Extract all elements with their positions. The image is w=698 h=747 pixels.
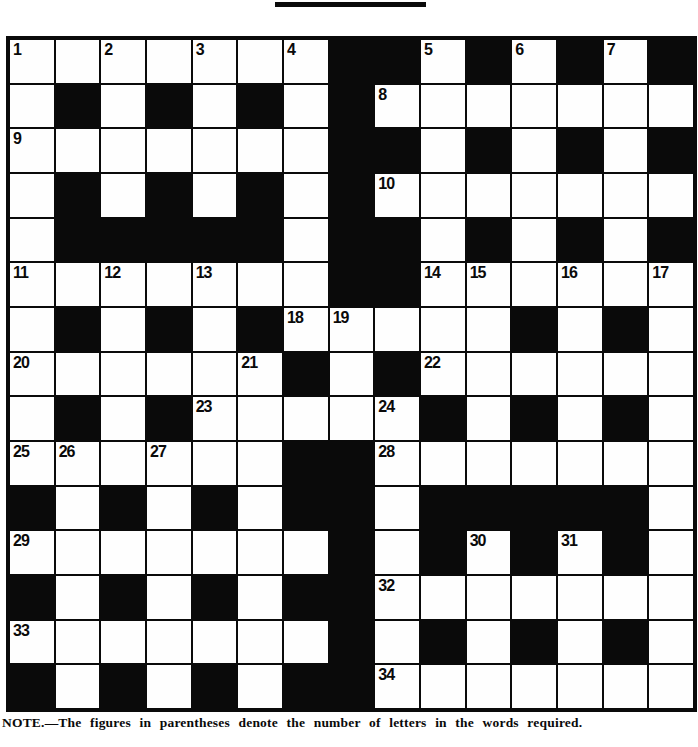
cell-r14c1[interactable]: 33 [10, 621, 54, 664]
clue-number: 31 [561, 531, 577, 551]
cell-r8c4[interactable] [147, 353, 191, 396]
cell-r3c4[interactable] [147, 129, 191, 172]
cell-r9c6[interactable] [238, 397, 282, 440]
cell-r15c13[interactable] [558, 665, 602, 708]
cell-r9c9[interactable]: 24 [375, 397, 419, 440]
cell-r3c12[interactable] [512, 129, 556, 172]
cell-r6c2[interactable] [56, 263, 100, 306]
cell-r13c1 [10, 576, 54, 619]
cell-r2c7[interactable] [284, 85, 328, 128]
cell-r12c12 [512, 531, 556, 574]
cell-r10c2[interactable]: 26 [56, 442, 100, 485]
cell-r10c6[interactable] [238, 442, 282, 485]
clue-number: 20 [13, 353, 29, 373]
cell-r8c10[interactable]: 22 [421, 353, 465, 396]
clue-number: 18 [287, 308, 303, 328]
cell-r7c11[interactable] [467, 308, 511, 351]
cell-r4c14[interactable] [604, 174, 648, 217]
cell-r15c7 [284, 665, 328, 708]
cell-r15c6[interactable] [238, 665, 282, 708]
title-rule [275, 2, 426, 7]
cell-r9c3[interactable] [101, 397, 145, 440]
cell-r5c1[interactable] [10, 219, 54, 262]
cell-r7c9[interactable] [375, 308, 419, 351]
cell-r10c13[interactable] [558, 442, 602, 485]
cell-r2c1[interactable] [10, 85, 54, 128]
cell-r6c9 [375, 263, 419, 306]
cell-r2c11[interactable] [467, 85, 511, 128]
clue-number: 6 [515, 40, 523, 60]
clue-number: 3 [196, 40, 204, 60]
cell-r13c2[interactable] [56, 576, 100, 619]
cell-r11c4[interactable] [147, 487, 191, 530]
cell-r11c2[interactable] [56, 487, 100, 530]
cell-r11c8 [330, 487, 374, 530]
cell-r14c6[interactable] [238, 621, 282, 664]
clue-number: 14 [424, 263, 440, 283]
cell-r14c9[interactable] [375, 621, 419, 664]
clue-number: 24 [378, 397, 394, 417]
cell-r7c8[interactable]: 19 [330, 308, 374, 351]
cell-r2c12[interactable] [512, 85, 556, 128]
clue-number: 5 [424, 40, 432, 60]
clue-number: 23 [196, 397, 212, 417]
cell-r15c8 [330, 665, 374, 708]
cell-r2c2 [56, 85, 100, 128]
clue-number: 16 [561, 263, 577, 283]
cell-r12c6[interactable] [238, 531, 282, 574]
cell-r4c3[interactable] [101, 174, 145, 217]
cell-r3c11 [467, 129, 511, 172]
cell-r9c4 [147, 397, 191, 440]
cell-r12c13[interactable]: 31 [558, 531, 602, 574]
cell-r6c10[interactable]: 14 [421, 263, 465, 306]
cell-r6c13[interactable]: 16 [558, 263, 602, 306]
cell-r4c11[interactable] [467, 174, 511, 217]
cell-r6c14[interactable] [604, 263, 648, 306]
cell-r10c3[interactable] [101, 442, 145, 485]
cell-r10c4[interactable]: 27 [147, 442, 191, 485]
crossword-board: 1234567891011121314151617181920212223242… [6, 36, 697, 712]
cell-r4c1[interactable] [10, 174, 54, 217]
cell-r2c13[interactable] [558, 85, 602, 128]
cell-r10c7 [284, 442, 328, 485]
cell-r1c3[interactable]: 2 [101, 40, 145, 83]
cell-r7c6 [238, 308, 282, 351]
cell-r1c2[interactable] [56, 40, 100, 83]
cell-r3c3[interactable] [101, 129, 145, 172]
cell-r5c10[interactable] [421, 219, 465, 262]
cell-r15c9[interactable]: 34 [375, 665, 419, 708]
cell-r13c14[interactable] [604, 576, 648, 619]
clue-number: 8 [378, 85, 386, 105]
cell-r4c9[interactable]: 10 [375, 174, 419, 217]
cell-r13c7 [284, 576, 328, 619]
cell-r6c12[interactable] [512, 263, 556, 306]
cell-r12c10 [421, 531, 465, 574]
cell-r8c8[interactable] [330, 353, 374, 396]
cell-r11c1 [10, 487, 54, 530]
cell-r7c3[interactable] [101, 308, 145, 351]
clue-number: 7 [607, 40, 615, 60]
cell-r12c14 [604, 531, 648, 574]
clue-number: 34 [378, 665, 394, 685]
cell-r5c13 [558, 219, 602, 262]
cell-r8c15[interactable] [649, 353, 693, 396]
cell-r1c11 [467, 40, 511, 83]
cell-r10c1[interactable]: 25 [10, 442, 54, 485]
cell-r11c5 [193, 487, 237, 530]
cell-r12c1[interactable]: 29 [10, 531, 54, 574]
cell-r10c12[interactable] [512, 442, 556, 485]
cell-r3c9 [375, 129, 419, 172]
cell-r14c5[interactable] [193, 621, 237, 664]
cell-r12c3[interactable] [101, 531, 145, 574]
cell-r12c2[interactable] [56, 531, 100, 574]
cell-r3c5[interactable] [193, 129, 237, 172]
cell-r11c15[interactable] [649, 487, 693, 530]
clue-number: 4 [287, 40, 295, 60]
cell-r14c10 [421, 621, 465, 664]
cell-r8c9 [375, 353, 419, 396]
cell-r12c5[interactable] [193, 531, 237, 574]
clue-number: 19 [333, 308, 349, 328]
cell-r4c10[interactable] [421, 174, 465, 217]
cell-r11c12 [512, 487, 556, 530]
cell-r9c2 [56, 397, 100, 440]
clue-number: 13 [196, 263, 212, 283]
cell-r11c13 [558, 487, 602, 530]
clue-number: 22 [424, 353, 440, 373]
cell-r2c5[interactable] [193, 85, 237, 128]
cell-r6c5[interactable]: 13 [193, 263, 237, 306]
cell-r8c12[interactable] [512, 353, 556, 396]
cell-r13c12[interactable] [512, 576, 556, 619]
cell-r5c8 [330, 219, 374, 262]
cell-r13c10[interactable] [421, 576, 465, 619]
cell-r13c6[interactable] [238, 576, 282, 619]
cell-r6c4[interactable] [147, 263, 191, 306]
clue-number: 32 [378, 576, 394, 596]
cell-r1c12[interactable]: 6 [512, 40, 556, 83]
cell-r7c14 [604, 308, 648, 351]
cell-r7c13[interactable] [558, 308, 602, 351]
cell-r14c14 [604, 621, 648, 664]
cell-r5c5 [193, 219, 237, 262]
clue-number: 12 [104, 263, 120, 283]
cell-r7c15[interactable] [649, 308, 693, 351]
cell-r14c11[interactable] [467, 621, 511, 664]
cell-r9c1[interactable] [10, 397, 54, 440]
cell-r9c14 [604, 397, 648, 440]
cell-r3c1[interactable]: 9 [10, 129, 54, 172]
cell-r1c6[interactable] [238, 40, 282, 83]
cell-r13c15[interactable] [649, 576, 693, 619]
cell-r2c15[interactable] [649, 85, 693, 128]
cell-r13c9[interactable]: 32 [375, 576, 419, 619]
cell-r8c5[interactable] [193, 353, 237, 396]
cell-r7c1[interactable] [10, 308, 54, 351]
cell-r6c1[interactable]: 11 [10, 263, 54, 306]
cell-r15c12[interactable] [512, 665, 556, 708]
cell-r9c11[interactable] [467, 397, 511, 440]
clue-number: 21 [241, 353, 257, 373]
cell-r14c2[interactable] [56, 621, 100, 664]
cell-r14c8 [330, 621, 374, 664]
cell-r13c13[interactable] [558, 576, 602, 619]
cell-r2c10[interactable] [421, 85, 465, 128]
cell-r11c3 [101, 487, 145, 530]
cell-r10c9[interactable]: 28 [375, 442, 419, 485]
cell-r4c4 [147, 174, 191, 217]
cell-r8c6[interactable]: 21 [238, 353, 282, 396]
cell-r12c4[interactable] [147, 531, 191, 574]
cell-r3c10[interactable] [421, 129, 465, 172]
cell-r2c6 [238, 85, 282, 128]
cell-r6c11[interactable]: 15 [467, 263, 511, 306]
cell-r1c7[interactable]: 4 [284, 40, 328, 83]
cell-r5c15 [649, 219, 693, 262]
cell-r10c5[interactable] [193, 442, 237, 485]
cell-r3c13 [558, 129, 602, 172]
cell-r9c15[interactable] [649, 397, 693, 440]
cell-r9c13[interactable] [558, 397, 602, 440]
clue-number: 2 [104, 40, 112, 60]
cell-r14c3[interactable] [101, 621, 145, 664]
cell-r7c7[interactable]: 18 [284, 308, 328, 351]
cell-r12c15[interactable] [649, 531, 693, 574]
cell-r2c3[interactable] [101, 85, 145, 128]
cell-r11c11 [467, 487, 511, 530]
cell-r8c7 [284, 353, 328, 396]
cell-r10c15[interactable] [649, 442, 693, 485]
cell-r14c4[interactable] [147, 621, 191, 664]
cell-r4c7[interactable] [284, 174, 328, 217]
cell-r2c8 [330, 85, 374, 128]
clue-number: 29 [13, 531, 29, 551]
cell-r4c12[interactable] [512, 174, 556, 217]
cell-r11c6[interactable] [238, 487, 282, 530]
cell-r10c14[interactable] [604, 442, 648, 485]
clue-number: 27 [150, 442, 166, 462]
clue-number: 17 [652, 263, 668, 283]
cell-r9c12 [512, 397, 556, 440]
cell-r1c15 [649, 40, 693, 83]
clue-number: 26 [59, 442, 75, 462]
cell-r5c9 [375, 219, 419, 262]
cell-r15c11[interactable] [467, 665, 511, 708]
clue-number: 10 [378, 174, 394, 194]
cell-r3c8 [330, 129, 374, 172]
cell-r1c4[interactable] [147, 40, 191, 83]
cell-r11c10 [421, 487, 465, 530]
cell-r4c8 [330, 174, 374, 217]
clue-number: 9 [13, 129, 21, 149]
cell-r15c1 [10, 665, 54, 708]
cell-r4c2 [56, 174, 100, 217]
cell-r9c7[interactable] [284, 397, 328, 440]
cell-r13c5 [193, 576, 237, 619]
cell-r6c8 [330, 263, 374, 306]
clue-number: 28 [378, 442, 394, 462]
cell-r3c14[interactable] [604, 129, 648, 172]
cell-r5c6 [238, 219, 282, 262]
cell-r12c11[interactable]: 30 [467, 531, 511, 574]
cell-r10c11[interactable] [467, 442, 511, 485]
cell-r3c7[interactable] [284, 129, 328, 172]
cell-r15c10[interactable] [421, 665, 465, 708]
clue-number: 25 [13, 442, 29, 462]
cell-r2c9[interactable]: 8 [375, 85, 419, 128]
clue-number: 30 [470, 531, 486, 551]
cell-r13c3 [101, 576, 145, 619]
cell-r8c11[interactable] [467, 353, 511, 396]
cell-r15c15[interactable] [649, 665, 693, 708]
cell-r12c7[interactable] [284, 531, 328, 574]
cell-r4c15[interactable] [649, 174, 693, 217]
cell-r13c8 [330, 576, 374, 619]
cell-r7c12 [512, 308, 556, 351]
cell-r6c3[interactable]: 12 [101, 263, 145, 306]
cell-r3c15 [649, 129, 693, 172]
cell-r6c7[interactable] [284, 263, 328, 306]
cell-r1c14[interactable]: 7 [604, 40, 648, 83]
cell-r12c8 [330, 531, 374, 574]
cell-r8c2[interactable] [56, 353, 100, 396]
cell-r5c2 [56, 219, 100, 262]
cell-r14c15[interactable] [649, 621, 693, 664]
cell-r15c14[interactable] [604, 665, 648, 708]
cell-r1c10[interactable]: 5 [421, 40, 465, 83]
cell-r8c1[interactable]: 20 [10, 353, 54, 396]
cell-r13c4[interactable] [147, 576, 191, 619]
cell-r5c4 [147, 219, 191, 262]
cell-r1c9 [375, 40, 419, 83]
cell-r4c5[interactable] [193, 174, 237, 217]
cell-r11c14 [604, 487, 648, 530]
cell-r3c2[interactable] [56, 129, 100, 172]
cell-r7c2 [56, 308, 100, 351]
cell-r7c4 [147, 308, 191, 351]
cell-r10c8 [330, 442, 374, 485]
clue-number: 33 [13, 621, 29, 641]
cell-r5c14[interactable] [604, 219, 648, 262]
cell-r4c6 [238, 174, 282, 217]
cell-r9c5[interactable]: 23 [193, 397, 237, 440]
cell-r11c9[interactable] [375, 487, 419, 530]
cell-r8c14[interactable] [604, 353, 648, 396]
note-text: NOTE.—The figures in parentheses denote … [2, 715, 696, 731]
cell-r11c7 [284, 487, 328, 530]
cell-r5c3 [101, 219, 145, 262]
cell-r1c1[interactable]: 1 [10, 40, 54, 83]
cell-r15c4[interactable] [147, 665, 191, 708]
cell-r6c15[interactable]: 17 [649, 263, 693, 306]
cell-r8c13[interactable] [558, 353, 602, 396]
cell-r13c11[interactable] [467, 576, 511, 619]
cell-r2c14[interactable] [604, 85, 648, 128]
clue-number: 11 [13, 263, 28, 283]
cell-r6c6[interactable] [238, 263, 282, 306]
cell-r8c3[interactable] [101, 353, 145, 396]
cell-r3c6[interactable] [238, 129, 282, 172]
clue-number: 15 [470, 263, 486, 283]
cell-r4c13[interactable] [558, 174, 602, 217]
cell-r2c4 [147, 85, 191, 128]
cell-r9c8[interactable] [330, 397, 374, 440]
cell-r7c5[interactable] [193, 308, 237, 351]
page: { "game": "crossword", "grid_size": {"ro… [0, 0, 698, 747]
cell-r9c10 [421, 397, 465, 440]
cell-r5c7[interactable] [284, 219, 328, 262]
cell-r5c11 [467, 219, 511, 262]
cell-r1c5[interactable]: 3 [193, 40, 237, 83]
cell-r7c10[interactable] [421, 308, 465, 351]
cell-r5c12[interactable] [512, 219, 556, 262]
cell-r1c8 [330, 40, 374, 83]
cell-r14c13[interactable] [558, 621, 602, 664]
cell-r12c9[interactable] [375, 531, 419, 574]
cell-r15c3 [101, 665, 145, 708]
cell-r14c7[interactable] [284, 621, 328, 664]
clue-number: 1 [13, 40, 21, 60]
cell-r15c2[interactable] [56, 665, 100, 708]
cell-r10c10[interactable] [421, 442, 465, 485]
cell-r14c12 [512, 621, 556, 664]
cell-r15c5 [193, 665, 237, 708]
cell-r1c13 [558, 40, 602, 83]
